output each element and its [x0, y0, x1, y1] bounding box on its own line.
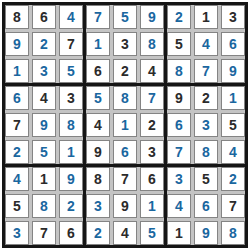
box-separator-vertical-1 — [83, 5, 86, 245]
cell-r2c8[interactable]: 4 — [194, 32, 218, 56]
cell-r7c7[interactable]: 3 — [167, 167, 191, 191]
cell-r6c2[interactable]: 5 — [32, 140, 56, 164]
sudoku-board: 8647592139271385461356248796435879217984… — [2, 2, 248, 248]
cell-r6c9[interactable]: 4 — [221, 140, 245, 164]
cell-r3c3[interactable]: 5 — [59, 59, 83, 83]
cell-r8c6[interactable]: 1 — [140, 194, 164, 218]
cell-r9c6[interactable]: 5 — [140, 221, 164, 245]
cell-r5c1[interactable]: 7 — [5, 113, 29, 137]
cell-r5c8[interactable]: 3 — [194, 113, 218, 137]
cell-r8c9[interactable]: 7 — [221, 194, 245, 218]
cell-r9c2[interactable]: 7 — [32, 221, 56, 245]
cell-r8c1[interactable]: 5 — [5, 194, 29, 218]
cell-r7c1[interactable]: 4 — [5, 167, 29, 191]
cell-r4c5[interactable]: 8 — [113, 86, 137, 110]
cell-r9c4[interactable]: 2 — [86, 221, 110, 245]
cell-r9c9[interactable]: 8 — [221, 221, 245, 245]
cell-r7c8[interactable]: 5 — [194, 167, 218, 191]
cell-r6c1[interactable]: 2 — [5, 140, 29, 164]
cell-r1c4[interactable]: 7 — [86, 5, 110, 29]
cell-r1c2[interactable]: 6 — [32, 5, 56, 29]
cell-r1c8[interactable]: 1 — [194, 5, 218, 29]
cell-r7c9[interactable]: 2 — [221, 167, 245, 191]
cell-r8c5[interactable]: 9 — [113, 194, 137, 218]
cell-r3c9[interactable]: 9 — [221, 59, 245, 83]
cell-r6c6[interactable]: 3 — [140, 140, 164, 164]
cell-r6c5[interactable]: 6 — [113, 140, 137, 164]
cell-r3c2[interactable]: 3 — [32, 59, 56, 83]
cell-r2c9[interactable]: 6 — [221, 32, 245, 56]
cell-r1c1[interactable]: 8 — [5, 5, 29, 29]
cell-r6c8[interactable]: 8 — [194, 140, 218, 164]
cell-r4c3[interactable]: 3 — [59, 86, 83, 110]
cell-r2c6[interactable]: 8 — [140, 32, 164, 56]
sudoku-grid: 8647592139271385461356248796435879217984… — [5, 5, 245, 245]
cell-r9c5[interactable]: 4 — [113, 221, 137, 245]
cell-r1c5[interactable]: 5 — [113, 5, 137, 29]
cell-r7c2[interactable]: 1 — [32, 167, 56, 191]
cell-r7c3[interactable]: 9 — [59, 167, 83, 191]
cell-r4c8[interactable]: 2 — [194, 86, 218, 110]
cell-r5c7[interactable]: 6 — [167, 113, 191, 137]
cell-r3c6[interactable]: 4 — [140, 59, 164, 83]
cell-r5c2[interactable]: 9 — [32, 113, 56, 137]
cell-r8c3[interactable]: 2 — [59, 194, 83, 218]
cell-r6c3[interactable]: 1 — [59, 140, 83, 164]
cell-r2c5[interactable]: 3 — [113, 32, 137, 56]
cell-r8c7[interactable]: 4 — [167, 194, 191, 218]
cell-r4c7[interactable]: 9 — [167, 86, 191, 110]
cell-r7c5[interactable]: 7 — [113, 167, 137, 191]
box-separator-horizontal-1 — [5, 83, 245, 86]
cell-r3c4[interactable]: 6 — [86, 59, 110, 83]
box-separator-vertical-2 — [164, 5, 167, 245]
cell-r5c3[interactable]: 8 — [59, 113, 83, 137]
cell-r8c8[interactable]: 6 — [194, 194, 218, 218]
cell-r4c6[interactable]: 7 — [140, 86, 164, 110]
cell-r1c7[interactable]: 2 — [167, 5, 191, 29]
cell-r3c8[interactable]: 7 — [194, 59, 218, 83]
cell-r9c8[interactable]: 9 — [194, 221, 218, 245]
cell-r5c6[interactable]: 2 — [140, 113, 164, 137]
cell-r5c4[interactable]: 4 — [86, 113, 110, 137]
cell-r1c9[interactable]: 3 — [221, 5, 245, 29]
cell-r6c4[interactable]: 9 — [86, 140, 110, 164]
cell-r6c7[interactable]: 7 — [167, 140, 191, 164]
cell-r7c4[interactable]: 8 — [86, 167, 110, 191]
cell-r5c9[interactable]: 5 — [221, 113, 245, 137]
cell-r2c7[interactable]: 5 — [167, 32, 191, 56]
cell-r4c1[interactable]: 6 — [5, 86, 29, 110]
cell-r2c3[interactable]: 7 — [59, 32, 83, 56]
cell-r2c2[interactable]: 2 — [32, 32, 56, 56]
box-separator-horizontal-2 — [5, 164, 245, 167]
cell-r5c5[interactable]: 1 — [113, 113, 137, 137]
cell-r7c6[interactable]: 6 — [140, 167, 164, 191]
cell-r2c4[interactable]: 1 — [86, 32, 110, 56]
cell-r4c4[interactable]: 5 — [86, 86, 110, 110]
cell-r8c2[interactable]: 8 — [32, 194, 56, 218]
cell-r1c3[interactable]: 4 — [59, 5, 83, 29]
cell-r3c7[interactable]: 8 — [167, 59, 191, 83]
cell-r2c1[interactable]: 9 — [5, 32, 29, 56]
cell-r1c6[interactable]: 9 — [140, 5, 164, 29]
cell-r9c1[interactable]: 3 — [5, 221, 29, 245]
cell-r3c5[interactable]: 2 — [113, 59, 137, 83]
cell-r3c1[interactable]: 1 — [5, 59, 29, 83]
cell-r9c7[interactable]: 1 — [167, 221, 191, 245]
cell-r4c2[interactable]: 4 — [32, 86, 56, 110]
cell-r4c9[interactable]: 1 — [221, 86, 245, 110]
cell-r8c4[interactable]: 3 — [86, 194, 110, 218]
cell-r9c3[interactable]: 6 — [59, 221, 83, 245]
